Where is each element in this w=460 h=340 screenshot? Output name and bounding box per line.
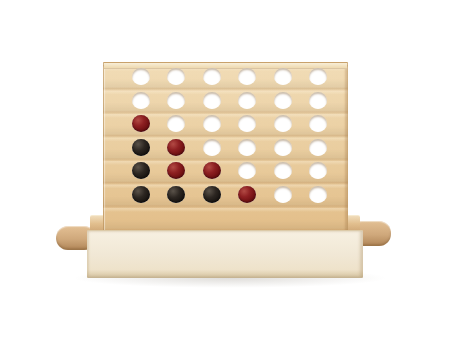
hole-r6c3	[203, 186, 221, 203]
board-cell-r3c6	[301, 112, 337, 136]
hole-r4c4	[238, 139, 256, 156]
board-cell-r3c2	[159, 112, 195, 136]
board-cell-r3c4	[230, 112, 266, 136]
board-cell-r6c1	[123, 183, 159, 207]
hole-r5c6	[309, 162, 327, 179]
board-cell-r4c6	[301, 136, 337, 160]
board-cell-r4c5	[265, 136, 301, 160]
black-disc-r4c1	[132, 139, 150, 156]
hole-r3c3	[203, 115, 221, 132]
hole-r5c2	[167, 162, 185, 179]
black-disc-r6c3	[203, 186, 221, 203]
board-cell-r5c1	[123, 159, 159, 183]
hole-r4c3	[203, 139, 221, 156]
hole-r1c3	[203, 68, 221, 85]
hole-r1c5	[274, 68, 292, 85]
hole-r4c5	[274, 139, 292, 156]
hole-r4c2	[167, 139, 185, 156]
board-cell-r4c4	[230, 136, 266, 160]
hole-r1c6	[309, 68, 327, 85]
hole-r6c6	[309, 186, 327, 203]
board-cell-r5c6	[301, 159, 337, 183]
board-cell-r2c1	[123, 89, 159, 113]
hole-r6c4	[238, 186, 256, 203]
red-disc-r3c1	[132, 115, 150, 132]
hole-r3c4	[238, 115, 256, 132]
board-cell-r5c3	[194, 159, 230, 183]
hole-r1c2	[167, 68, 185, 85]
hole-r2c4	[238, 92, 256, 109]
hole-r3c6	[309, 115, 327, 132]
board-cell-r5c5	[265, 159, 301, 183]
board-cell-r1c4	[230, 65, 266, 89]
hole-r5c4	[238, 162, 256, 179]
board-cell-r1c1	[123, 65, 159, 89]
board-cell-r6c4	[230, 183, 266, 207]
board-cell-r1c6	[301, 65, 337, 89]
black-disc-r5c1	[132, 162, 150, 179]
hole-r1c4	[238, 68, 256, 85]
board-cell-r2c5	[265, 89, 301, 113]
hole-r2c3	[203, 92, 221, 109]
board-cell-r4c1	[123, 136, 159, 160]
board-cell-r2c6	[301, 89, 337, 113]
hole-r2c1	[132, 92, 150, 109]
board-cell-r6c3	[194, 183, 230, 207]
red-disc-r5c2	[167, 162, 185, 179]
tray-front-wall	[87, 230, 363, 278]
game-board	[103, 62, 348, 237]
hole-r6c1	[132, 186, 150, 203]
board-cell-r1c2	[159, 65, 195, 89]
hole-r1c1	[132, 68, 150, 85]
hole-r2c6	[309, 92, 327, 109]
hole-r4c6	[309, 139, 327, 156]
hole-r2c5	[274, 92, 292, 109]
board-cell-r6c2	[159, 183, 195, 207]
hole-r5c3	[203, 162, 221, 179]
board-cell-r3c5	[265, 112, 301, 136]
board-cell-r2c4	[230, 89, 266, 113]
board-grid	[123, 65, 336, 206]
hole-r6c5	[274, 186, 292, 203]
black-disc-r6c1	[132, 186, 150, 203]
red-disc-r6c4	[238, 186, 256, 203]
hole-r2c2	[167, 92, 185, 109]
hole-r4c1	[132, 139, 150, 156]
hole-r3c5	[274, 115, 292, 132]
red-disc-r4c2	[167, 139, 185, 156]
board-cell-r5c4	[230, 159, 266, 183]
connect-four-product-photo	[0, 0, 460, 340]
hole-r3c1	[132, 115, 150, 132]
board-cell-r3c3	[194, 112, 230, 136]
board-cell-r3c1	[123, 112, 159, 136]
hole-r5c5	[274, 162, 292, 179]
board-cell-r6c5	[265, 183, 301, 207]
board-cell-r2c3	[194, 89, 230, 113]
board-cell-r1c5	[265, 65, 301, 89]
board-cell-r6c6	[301, 183, 337, 207]
board-cell-r2c2	[159, 89, 195, 113]
black-disc-r6c2	[167, 186, 185, 203]
board-cell-r4c3	[194, 136, 230, 160]
board-cell-r1c3	[194, 65, 230, 89]
board-cell-r5c2	[159, 159, 195, 183]
board-cell-r4c2	[159, 136, 195, 160]
hole-r3c2	[167, 115, 185, 132]
hole-r5c1	[132, 162, 150, 179]
hole-r6c2	[167, 186, 185, 203]
red-disc-r5c3	[203, 162, 221, 179]
